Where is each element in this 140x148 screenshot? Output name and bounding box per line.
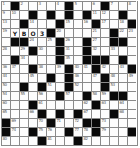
crossword-cell[interactable]: 45 [28, 73, 37, 82]
clue-number: 65 [3, 110, 7, 114]
clue-number: 27 [93, 38, 97, 42]
black-cell [46, 10, 55, 19]
black-cell [82, 118, 91, 127]
crossword-cell[interactable] [118, 73, 127, 82]
crossword-cell[interactable]: 34 [19, 55, 28, 64]
clue-number: 67 [84, 110, 88, 114]
black-cell [46, 28, 55, 37]
crossword-cell[interactable]: 3 [37, 28, 46, 37]
clue-number: 23 [129, 29, 133, 33]
crossword-cell[interactable]: 42 [100, 64, 109, 73]
black-cell [64, 82, 73, 91]
crossword-cell[interactable] [19, 109, 28, 118]
crossword-cell[interactable]: 70 [37, 118, 46, 127]
clue-number: 80 [3, 137, 7, 141]
crossword-cell[interactable]: 36 [1, 64, 10, 73]
crossword-cell[interactable] [55, 127, 64, 136]
clue-number: 45 [30, 74, 34, 78]
crossword-cell[interactable]: 7 [109, 1, 118, 10]
crossword-cell[interactable] [19, 10, 28, 19]
black-cell [109, 37, 118, 46]
crossword-cell[interactable] [10, 91, 19, 100]
clue-number: 17 [102, 20, 106, 24]
clue-number: 16 [84, 20, 88, 24]
black-cell [82, 46, 91, 55]
crossword-cell[interactable] [19, 64, 28, 73]
crossword-cell[interactable]: 78 [82, 127, 91, 136]
crossword-cell[interactable] [46, 1, 55, 10]
crossword-cell[interactable] [46, 64, 55, 73]
crossword-cell[interactable] [127, 91, 136, 100]
crossword-cell[interactable]: 32 [91, 46, 100, 55]
crossword-cell[interactable]: 14 [28, 19, 37, 28]
crossword-cell[interactable] [109, 19, 118, 28]
clue-number: 36 [3, 65, 7, 69]
crossword-cell[interactable]: 77 [73, 127, 82, 136]
crossword-cell[interactable]: 28 [1, 46, 10, 55]
clue-number: 78 [84, 128, 88, 132]
black-cell [91, 64, 100, 73]
clue-number: 75 [39, 128, 43, 132]
clue-number: 34 [21, 56, 25, 60]
clue-number: 37 [12, 65, 16, 69]
crossword-cell[interactable] [73, 37, 82, 46]
crossword-cell[interactable]: 37 [10, 64, 19, 73]
clue-number: 64 [120, 101, 124, 105]
crossword-cell[interactable] [46, 19, 55, 28]
crossword-cell[interactable] [109, 136, 118, 145]
crossword-cell[interactable]: 10 [10, 10, 19, 19]
crossword-cell[interactable]: 76 [46, 127, 55, 136]
crossword-cell[interactable]: 19 [1, 28, 10, 37]
black-cell [28, 100, 37, 109]
clue-number: 74 [12, 128, 16, 132]
clue-number: 63 [102, 101, 106, 105]
crossword-cell[interactable] [10, 46, 19, 55]
black-cell [10, 55, 19, 64]
crossword-cell[interactable] [100, 37, 109, 46]
crossword-cell[interactable]: 25 [46, 37, 55, 46]
crossword-cell[interactable] [109, 100, 118, 109]
clue-number: 4 [57, 2, 59, 6]
black-cell [82, 55, 91, 64]
clue-number: 50 [3, 83, 7, 87]
black-cell [118, 91, 127, 100]
clue-number: 24 [30, 38, 34, 42]
crossword-cell[interactable] [118, 127, 127, 136]
crossword-cell[interactable] [127, 10, 136, 19]
clue-number: 9 [3, 11, 5, 15]
cell-letter: B [20, 31, 28, 37]
crossword-cell[interactable]: 35 [64, 55, 73, 64]
crossword-cell[interactable]: 74 [10, 127, 19, 136]
black-cell [118, 37, 127, 46]
crossword-cell[interactable] [100, 136, 109, 145]
crossword-cell[interactable]: 30 [37, 46, 46, 55]
crossword-cell[interactable] [109, 55, 118, 64]
clue-number: 69 [12, 119, 16, 123]
crossword-cell[interactable]: 15 [64, 19, 73, 28]
crossword-cell[interactable]: 56 [37, 91, 46, 100]
crossword-cell[interactable] [127, 82, 136, 91]
crossword-cell[interactable] [82, 82, 91, 91]
crossword-cell[interactable]: 18 [118, 19, 127, 28]
crossword-cell[interactable]: 27 [91, 37, 100, 46]
clue-number: 15 [66, 20, 70, 24]
crossword-cell[interactable] [100, 109, 109, 118]
crossword-cell[interactable] [55, 136, 64, 145]
crossword-cell[interactable] [28, 118, 37, 127]
clue-number: 72 [75, 119, 79, 123]
crossword-cell[interactable] [109, 127, 118, 136]
crossword-cell[interactable]: 69 [10, 118, 19, 127]
clue-number: 35 [66, 56, 70, 60]
crossword-cell[interactable] [127, 100, 136, 109]
crossword-cell[interactable]: 17 [100, 19, 109, 28]
crossword-cell[interactable] [64, 118, 73, 127]
crossword-cell[interactable]: 8 [127, 1, 136, 10]
crossword-cell[interactable] [118, 118, 127, 127]
black-cell [100, 1, 109, 10]
crossword-cell[interactable] [64, 136, 73, 145]
crossword-cell[interactable]: 66 [28, 109, 37, 118]
black-cell [64, 127, 73, 136]
crossword-cell[interactable] [19, 136, 28, 145]
clue-number: 18 [120, 20, 124, 24]
crossword-cell[interactable]: 38 [37, 64, 46, 73]
crossword-cell[interactable]: 29 [19, 46, 28, 55]
crossword-cell[interactable]: 12 [100, 10, 109, 19]
crossword-cell[interactable] [55, 10, 64, 19]
black-cell [55, 46, 64, 55]
crossword-cell[interactable] [64, 100, 73, 109]
crossword-cell[interactable]: 54 [1, 91, 10, 100]
crossword-cell[interactable] [127, 55, 136, 64]
clue-number: 5 [75, 2, 77, 6]
cell-letter: 3 [38, 31, 46, 37]
black-cell [10, 37, 19, 46]
crossword-cell[interactable] [127, 118, 136, 127]
crossword-cell[interactable]: 67 [82, 109, 91, 118]
crossword-cell[interactable] [100, 28, 109, 37]
crossword-cell[interactable] [64, 109, 73, 118]
clue-number: 79 [102, 128, 106, 132]
crossword-cell[interactable]: 20 [55, 28, 64, 37]
crossword-cell[interactable] [28, 91, 37, 100]
black-cell [64, 64, 73, 73]
black-cell [127, 64, 136, 73]
clue-number: 8 [129, 2, 131, 6]
clue-number: 10 [12, 11, 16, 15]
clue-number: 66 [30, 110, 34, 114]
crossword-cell[interactable]: 48 [109, 73, 118, 82]
crossword-cell[interactable] [64, 28, 73, 37]
clue-number: 71 [57, 119, 61, 123]
black-cell [55, 55, 64, 64]
crossword-cell[interactable]: 44 [1, 73, 10, 82]
crossword-cell[interactable]: 60 [1, 100, 10, 109]
crossword-cell[interactable] [100, 46, 109, 55]
crossword-cell[interactable] [73, 91, 82, 100]
black-cell [100, 55, 109, 64]
crossword-cell[interactable] [1, 55, 10, 64]
crossword-cell[interactable]: 41 [82, 64, 91, 73]
crossword-cell[interactable] [109, 118, 118, 127]
crossword-cell[interactable]: 81 [46, 136, 55, 145]
clue-number: 73 [102, 119, 106, 123]
crossword-cell[interactable]: 22 [118, 28, 127, 37]
black-cell [127, 127, 136, 136]
black-cell [109, 91, 118, 100]
crossword-cell[interactable] [10, 82, 19, 91]
black-cell [91, 55, 100, 64]
black-cell [10, 1, 19, 10]
black-cell [28, 127, 37, 136]
crossword-cell[interactable] [73, 46, 82, 55]
crossword-cell[interactable]: 58 [91, 91, 100, 100]
crossword-cell[interactable]: 26 [64, 37, 73, 46]
clue-number: 59 [102, 92, 106, 96]
black-cell [46, 118, 55, 127]
crossword-cell[interactable]: 5 [73, 1, 82, 10]
clue-number: 49 [129, 74, 133, 78]
clue-number: 48 [111, 74, 115, 78]
crossword-cell[interactable] [55, 100, 64, 109]
crossword-cell[interactable]: 13 [1, 19, 10, 28]
clue-number: 13 [3, 20, 7, 24]
crossword-cell[interactable] [109, 10, 118, 19]
crossword-cell[interactable]: 62 [82, 100, 91, 109]
black-cell [1, 118, 10, 127]
crossword-cell[interactable] [46, 55, 55, 64]
black-cell [109, 28, 118, 37]
crossword-cell[interactable] [37, 37, 46, 46]
crossword-cell[interactable] [10, 100, 19, 109]
clue-number: 11 [93, 11, 97, 15]
black-cell [109, 109, 118, 118]
crossword-cell[interactable] [37, 10, 46, 19]
crossword-cell[interactable] [73, 100, 82, 109]
crossword-cell[interactable]: 6 [91, 1, 100, 10]
black-cell [91, 100, 100, 109]
crossword-cell[interactable]: 80 [1, 136, 10, 145]
crossword-cell[interactable] [28, 55, 37, 64]
clue-number: 12 [102, 11, 106, 15]
crossword-cell[interactable]: 55 [19, 91, 28, 100]
crossword-cell[interactable]: 11 [91, 10, 100, 19]
clue-number: 41 [84, 65, 88, 69]
crossword-cell[interactable]: 82 [82, 136, 91, 145]
crossword-cell[interactable] [73, 19, 82, 28]
crossword-cell[interactable] [19, 73, 28, 82]
crossword-cell[interactable] [118, 46, 127, 55]
black-cell [19, 19, 28, 28]
crossword-cell[interactable]: 50 [1, 82, 10, 91]
crossword-cell[interactable] [1, 37, 10, 46]
black-cell [64, 73, 73, 82]
black-cell [82, 10, 91, 19]
crossword-cell[interactable] [37, 19, 46, 28]
crossword-cell[interactable]: 59 [100, 91, 109, 100]
crossword-cell[interactable] [46, 109, 55, 118]
crossword-cell[interactable]: 57 [64, 91, 73, 100]
crossword-cell[interactable] [46, 46, 55, 55]
crossword-cell[interactable]: 9 [1, 10, 10, 19]
clue-number: 68 [120, 110, 124, 114]
crossword-cell[interactable] [19, 118, 28, 127]
crossword-board: 12345678910111213141516171819YBO32021222… [1, 1, 138, 146]
crossword-cell[interactable] [28, 1, 37, 10]
crossword-cell[interactable]: 75 [37, 127, 46, 136]
crossword-cell[interactable] [118, 1, 127, 10]
crossword-cell[interactable]: 65 [1, 109, 10, 118]
clue-number: 77 [75, 128, 79, 132]
clue-number: 60 [3, 101, 7, 105]
crossword-cell[interactable] [19, 127, 28, 136]
crossword-cell[interactable] [127, 136, 136, 145]
crossword-cell[interactable] [28, 136, 37, 145]
crossword-cell[interactable] [46, 91, 55, 100]
crossword-cell[interactable]: O [28, 28, 37, 37]
crossword-cell[interactable] [10, 73, 19, 82]
crossword-cell[interactable]: 21 [91, 28, 100, 37]
black-cell [118, 10, 127, 19]
crossword-cell[interactable]: 72 [73, 118, 82, 127]
crossword-cell[interactable] [73, 28, 82, 37]
crossword-cell[interactable]: 16 [82, 19, 91, 28]
black-cell [91, 118, 100, 127]
crossword-cell[interactable] [91, 109, 100, 118]
crossword-cell[interactable] [37, 73, 46, 82]
black-cell [19, 37, 28, 46]
crossword-cell[interactable]: 3 [37, 1, 46, 10]
crossword-cell[interactable] [19, 100, 28, 109]
clue-number: 40 [75, 65, 79, 69]
crossword-cell[interactable] [82, 73, 91, 82]
crossword-cell[interactable]: 68 [118, 109, 127, 118]
clue-number: 46 [75, 74, 79, 78]
crossword-cell[interactable]: 71 [55, 118, 64, 127]
clue-number: 42 [102, 65, 106, 69]
crossword-cell[interactable]: 33 [109, 46, 118, 55]
black-cell [100, 73, 109, 82]
crossword-cell[interactable]: 73 [100, 118, 109, 127]
crossword-cell[interactable] [109, 64, 118, 73]
black-cell [1, 127, 10, 136]
crossword-cell[interactable] [127, 37, 136, 46]
crossword-cell[interactable] [82, 1, 91, 10]
black-cell [82, 91, 91, 100]
clue-number: 30 [39, 47, 43, 51]
crossword-cell[interactable] [82, 28, 91, 37]
cell-letter: Y [11, 31, 19, 37]
crossword-cell[interactable] [118, 136, 127, 145]
clue-number: 22 [120, 29, 124, 33]
crossword-cell[interactable]: B [19, 28, 28, 37]
black-cell [37, 109, 46, 118]
black-cell [55, 37, 64, 46]
crossword-cell[interactable] [10, 109, 19, 118]
crossword-cell[interactable]: 79 [100, 127, 109, 136]
clue-number: 38 [39, 65, 43, 69]
clue-number: 21 [93, 29, 97, 33]
crossword-cell[interactable]: 43 [118, 64, 127, 73]
black-cell [55, 19, 64, 28]
crossword-cell[interactable]: 24 [28, 37, 37, 46]
black-cell [28, 64, 37, 73]
clue-number: 81 [48, 137, 52, 141]
black-cell [19, 82, 28, 91]
clue-number: 55 [21, 92, 25, 96]
crossword-cell[interactable] [46, 100, 55, 109]
crossword-cell[interactable]: 1 [1, 1, 10, 10]
crossword-cell[interactable] [37, 55, 46, 64]
clue-number: 31 [66, 47, 70, 51]
crossword-cell[interactable] [55, 73, 64, 82]
crossword-cell[interactable] [10, 136, 19, 145]
clue-number: 53 [111, 83, 115, 87]
crossword-cell[interactable]: 40 [73, 64, 82, 73]
crossword-cell[interactable] [55, 82, 64, 91]
crossword-cell[interactable] [127, 46, 136, 55]
crossword-cell[interactable]: 51 [46, 82, 55, 91]
clue-number: 1 [3, 2, 5, 6]
black-cell [91, 127, 100, 136]
black-cell [91, 19, 100, 28]
crossword-cell[interactable]: 49 [127, 73, 136, 82]
clue-number: 25 [48, 38, 52, 42]
clue-number: 76 [48, 128, 52, 132]
crossword-cell[interactable]: 23 [127, 28, 136, 37]
crossword-cell[interactable]: 46 [73, 73, 82, 82]
crossword-cell[interactable]: 31 [64, 46, 73, 55]
black-cell [37, 136, 46, 145]
crossword-cell[interactable]: 53 [109, 82, 118, 91]
crossword-cell[interactable]: 52 [73, 82, 82, 91]
black-cell [100, 82, 109, 91]
clue-number: 26 [66, 38, 70, 42]
crossword-cell[interactable] [91, 136, 100, 145]
crossword-cell[interactable] [91, 82, 100, 91]
clue-number: 39 [57, 65, 61, 69]
crossword-cell[interactable]: 39 [55, 64, 64, 73]
black-cell [73, 136, 82, 145]
crossword-cell[interactable]: 2 [19, 1, 28, 10]
clue-number: 56 [39, 92, 43, 96]
crossword-cell[interactable]: 47 [91, 73, 100, 82]
crossword-cell[interactable]: 64 [118, 100, 127, 109]
black-cell [46, 73, 55, 82]
clue-number: 6 [93, 2, 95, 6]
crossword-cell[interactable] [28, 82, 37, 91]
clue-number: 70 [39, 119, 43, 123]
crossword-cell[interactable]: 4 [55, 1, 64, 10]
black-cell [73, 109, 82, 118]
crossword-cell[interactable]: Y [10, 28, 19, 37]
crossword-cell[interactable] [73, 55, 82, 64]
crossword-cell[interactable]: 63 [100, 100, 109, 109]
crossword-cell[interactable]: 61 [37, 100, 46, 109]
clue-number: 57 [66, 92, 70, 96]
black-cell [127, 19, 136, 28]
clue-number: 14 [30, 20, 34, 24]
crossword-cell[interactable] [118, 82, 127, 91]
black-cell [118, 55, 127, 64]
crossword-cell[interactable] [127, 109, 136, 118]
crossword-cell[interactable] [73, 10, 82, 19]
crossword-cell[interactable] [10, 19, 19, 28]
clue-number: 44 [3, 74, 7, 78]
